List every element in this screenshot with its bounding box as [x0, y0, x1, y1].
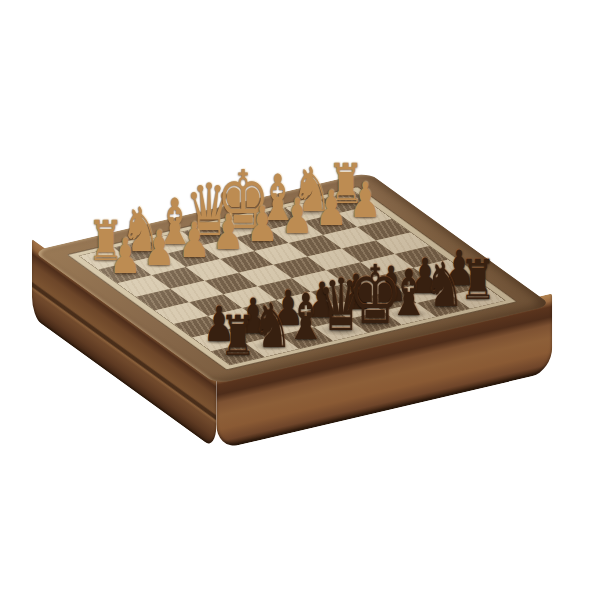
chess-set-photo: Product photo of a wooden chess set: a w…	[0, 0, 600, 600]
pawn-glyph: ♟	[212, 208, 244, 257]
pawn-glyph: ♟	[109, 232, 141, 281]
knight-glyph: ♞	[423, 255, 464, 316]
pawn-glyph: ♟	[178, 216, 210, 265]
pawn-glyph: ♟	[143, 224, 175, 273]
rook-glyph: ♜	[220, 308, 256, 363]
pawn-glyph: ♟	[246, 200, 278, 249]
pieces-layer: ♜♞♝♛♚♝♞♜♟♟♟♟♟♟♟♟♟♟♟♟♟♟♟♟♜♞♝♛♚♝♞♜	[0, 0, 600, 600]
pawn-glyph: ♟	[315, 184, 347, 233]
pawn-glyph: ♟	[280, 192, 312, 241]
pawn-glyph: ♟	[349, 176, 381, 225]
rook-glyph: ♜	[460, 252, 496, 307]
